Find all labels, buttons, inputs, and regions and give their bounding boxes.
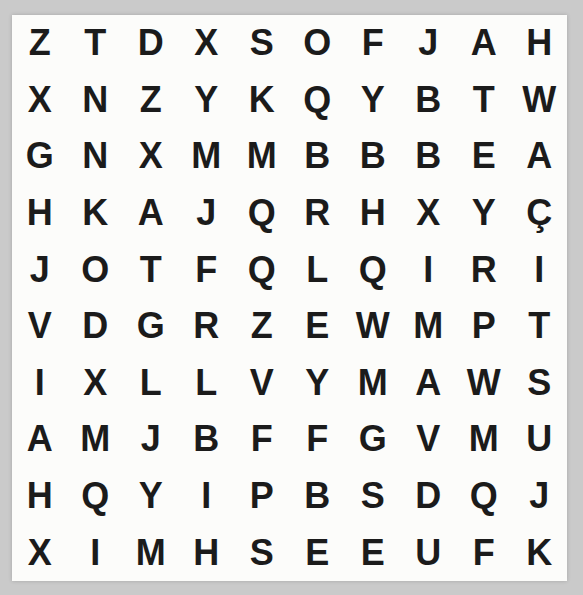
grid-cell[interactable]: I xyxy=(68,524,124,581)
grid-cell[interactable]: H xyxy=(179,524,235,581)
grid-cell[interactable]: A xyxy=(456,15,512,72)
grid-cell[interactable]: F xyxy=(345,15,401,72)
grid-cell[interactable]: Y xyxy=(290,355,346,412)
grid-cell[interactable]: R xyxy=(290,185,346,242)
grid-cell[interactable]: J xyxy=(123,411,179,468)
grid-cell[interactable]: T xyxy=(456,72,512,129)
grid-cell[interactable]: F xyxy=(290,411,346,468)
grid-cell[interactable]: T xyxy=(512,298,568,355)
grid-cell[interactable]: R xyxy=(456,241,512,298)
grid-cell[interactable]: Y xyxy=(345,72,401,129)
grid-cell[interactable]: S xyxy=(345,468,401,525)
grid-cell[interactable]: W xyxy=(345,298,401,355)
grid-cell[interactable]: Y xyxy=(123,468,179,525)
grid-cell[interactable]: W xyxy=(456,355,512,412)
grid-cell[interactable]: B xyxy=(401,72,457,129)
grid-cell[interactable]: Q xyxy=(456,468,512,525)
grid-cell[interactable]: H xyxy=(512,15,568,72)
grid-cell[interactable]: H xyxy=(12,185,68,242)
grid-cell[interactable]: I xyxy=(512,241,568,298)
grid-cell[interactable]: S xyxy=(234,15,290,72)
grid-cell[interactable]: D xyxy=(401,468,457,525)
grid-cell[interactable]: P xyxy=(456,298,512,355)
grid-cell[interactable]: S xyxy=(512,355,568,412)
grid-cell[interactable]: J xyxy=(401,15,457,72)
grid-cell[interactable]: F xyxy=(179,241,235,298)
grid-cell[interactable]: B xyxy=(345,128,401,185)
grid-cell[interactable]: Q xyxy=(290,72,346,129)
grid-cell[interactable]: K xyxy=(68,185,124,242)
grid-cell[interactable]: J xyxy=(179,185,235,242)
grid-cell[interactable]: D xyxy=(123,15,179,72)
grid-cell[interactable]: K xyxy=(512,524,568,581)
grid-cell[interactable]: I xyxy=(12,355,68,412)
grid-cell[interactable]: M xyxy=(179,128,235,185)
grid-cell[interactable]: L xyxy=(123,355,179,412)
grid-cell[interactable]: X xyxy=(68,355,124,412)
grid-cell[interactable]: A xyxy=(512,128,568,185)
grid-cell[interactable]: M xyxy=(68,411,124,468)
grid-cell[interactable]: X xyxy=(179,15,235,72)
grid-cell[interactable]: M xyxy=(456,411,512,468)
grid-cell[interactable]: F xyxy=(234,411,290,468)
grid-cell[interactable]: H xyxy=(345,185,401,242)
grid-cell[interactable]: M xyxy=(234,128,290,185)
grid-cell[interactable]: G xyxy=(345,411,401,468)
grid-cell[interactable]: X xyxy=(12,524,68,581)
grid-cell[interactable]: X xyxy=(12,72,68,129)
grid-cell[interactable]: A xyxy=(401,355,457,412)
word-search-board: ZTDXSOFJAHXNZYKQYBTWGNXMMBBBEAHKAJQRHXYÇ… xyxy=(12,15,567,581)
grid-cell[interactable]: B xyxy=(401,128,457,185)
grid-cell[interactable]: E xyxy=(456,128,512,185)
grid-cell[interactable]: E xyxy=(345,524,401,581)
grid-cell[interactable]: U xyxy=(401,524,457,581)
grid-cell[interactable]: X xyxy=(123,128,179,185)
grid-cell[interactable]: L xyxy=(179,355,235,412)
grid-cell[interactable]: G xyxy=(123,298,179,355)
grid-cell[interactable]: K xyxy=(234,72,290,129)
grid-cell[interactable]: T xyxy=(123,241,179,298)
grid-cell[interactable]: L xyxy=(290,241,346,298)
grid-cell[interactable]: O xyxy=(68,241,124,298)
grid-cell[interactable]: B xyxy=(290,128,346,185)
grid-cell[interactable]: Q xyxy=(234,185,290,242)
grid-cell[interactable]: Y xyxy=(179,72,235,129)
grid-cell[interactable]: Y xyxy=(456,185,512,242)
grid-cell[interactable]: S xyxy=(234,524,290,581)
grid-cell[interactable]: O xyxy=(290,15,346,72)
grid-cell[interactable]: Z xyxy=(123,72,179,129)
grid-cell[interactable]: F xyxy=(456,524,512,581)
grid-cell[interactable]: N xyxy=(68,128,124,185)
grid-cell[interactable]: J xyxy=(512,468,568,525)
page-background: ZTDXSOFJAHXNZYKQYBTWGNXMMBBBEAHKAJQRHXYÇ… xyxy=(0,0,583,595)
grid-cell[interactable]: G xyxy=(12,128,68,185)
grid-cell[interactable]: B xyxy=(290,468,346,525)
grid-cell[interactable]: D xyxy=(68,298,124,355)
grid-cell[interactable]: Ç xyxy=(512,185,568,242)
grid-cell[interactable]: A xyxy=(12,411,68,468)
grid-cell[interactable]: I xyxy=(179,468,235,525)
grid-cell[interactable]: V xyxy=(234,355,290,412)
grid-cell[interactable]: X xyxy=(401,185,457,242)
grid-cell[interactable]: V xyxy=(401,411,457,468)
grid-cell[interactable]: P xyxy=(234,468,290,525)
grid-cell[interactable]: Q xyxy=(68,468,124,525)
grid-cell[interactable]: T xyxy=(68,15,124,72)
grid-cell[interactable]: V xyxy=(12,298,68,355)
grid-cell[interactable]: H xyxy=(12,468,68,525)
grid-cell[interactable]: J xyxy=(12,241,68,298)
grid-cell[interactable]: R xyxy=(179,298,235,355)
grid-cell[interactable]: E xyxy=(290,524,346,581)
grid-cell[interactable]: B xyxy=(179,411,235,468)
grid-cell[interactable]: E xyxy=(290,298,346,355)
grid-cell[interactable]: W xyxy=(512,72,568,129)
grid-cell[interactable]: I xyxy=(401,241,457,298)
grid-cell[interactable]: U xyxy=(512,411,568,468)
grid-cell[interactable]: M xyxy=(401,298,457,355)
grid-cell[interactable]: Q xyxy=(234,241,290,298)
grid-cell[interactable]: Z xyxy=(12,15,68,72)
grid-cell[interactable]: M xyxy=(345,355,401,412)
grid-cell[interactable]: N xyxy=(68,72,124,129)
grid-cell[interactable]: M xyxy=(123,524,179,581)
grid-cell[interactable]: Q xyxy=(345,241,401,298)
grid-cell[interactable]: Z xyxy=(234,298,290,355)
grid-cell[interactable]: A xyxy=(123,185,179,242)
